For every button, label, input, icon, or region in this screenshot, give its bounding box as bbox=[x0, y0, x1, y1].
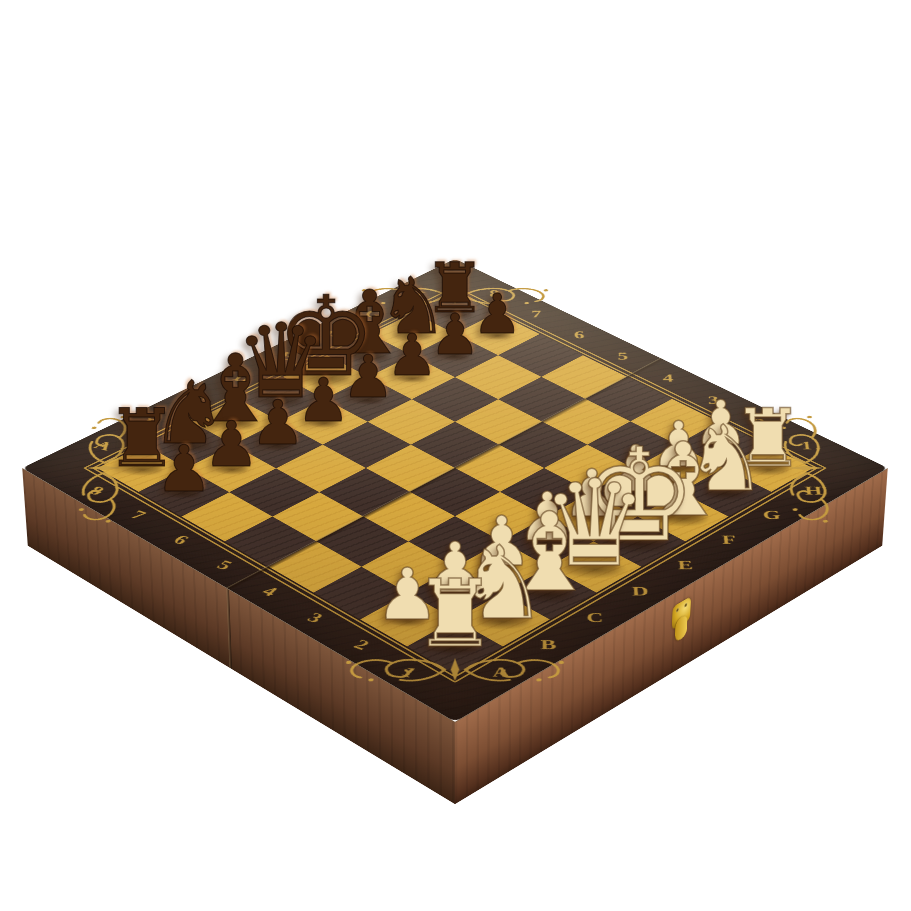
rank-label-5-afile-edge: 5 bbox=[202, 553, 248, 578]
rank-label-3-afile-edge: 3 bbox=[292, 605, 339, 631]
piece-black-pawn-a7[interactable]: ♟ bbox=[155, 437, 213, 501]
square-a4[interactable] bbox=[269, 541, 362, 592]
fold-seam-side bbox=[226, 589, 232, 670]
rank-label-6-hfile-edge: 6 bbox=[564, 328, 595, 343]
brass-clasp bbox=[668, 593, 693, 649]
rank-label-4-afile-edge: 4 bbox=[246, 578, 292, 604]
square-a5[interactable] bbox=[224, 516, 316, 566]
square-b5[interactable] bbox=[272, 492, 363, 541]
product-photo-stage: 88HH77GG66FF55EE44DD33CC22BB11AA ♜♞♝♛♚♝♞… bbox=[0, 0, 911, 911]
rank-label-6-afile-edge: 6 bbox=[158, 528, 204, 553]
rank-label-2-afile-edge: 2 bbox=[338, 631, 385, 658]
rank-label-7-afile-edge: 7 bbox=[116, 503, 161, 527]
square-c5[interactable] bbox=[319, 468, 409, 516]
rank-label-4-hfile-edge: 4 bbox=[652, 370, 684, 386]
rank-label-5-hfile-edge: 5 bbox=[607, 349, 639, 364]
rank-label-7-hfile-edge: 7 bbox=[521, 307, 551, 322]
piece-white-rook-a1[interactable]: ♜ bbox=[413, 567, 497, 660]
